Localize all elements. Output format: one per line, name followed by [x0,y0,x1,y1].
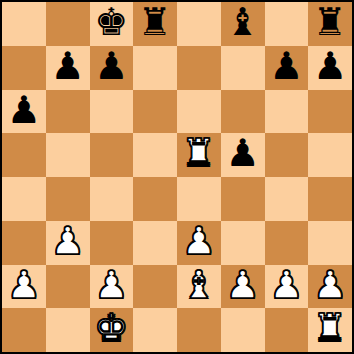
square-g1[interactable] [265,308,309,352]
square-b8[interactable] [46,2,90,46]
square-f1[interactable] [221,308,265,352]
square-c7[interactable]: ♟ [90,46,134,90]
square-h4[interactable] [308,177,352,221]
square-c5[interactable] [90,133,134,177]
piece-white-bishop[interactable]: ♝ [182,265,216,308]
square-c3[interactable] [90,221,134,265]
square-g4[interactable] [265,177,309,221]
board-frame: ♚♜♝♜♟♟♟♟♟♜♟♟♟♟♟♝♟♟♟♚♜ [0,0,354,354]
square-a8[interactable] [2,2,46,46]
square-b5[interactable] [46,133,90,177]
square-d5[interactable] [133,133,177,177]
square-a4[interactable] [2,177,46,221]
square-h8[interactable]: ♜ [308,2,352,46]
square-b4[interactable] [46,177,90,221]
square-g7[interactable]: ♟ [265,46,309,90]
square-e2[interactable]: ♝ [177,265,221,309]
square-h6[interactable] [308,90,352,134]
square-a7[interactable] [2,46,46,90]
square-h3[interactable] [308,221,352,265]
piece-white-rook[interactable]: ♜ [182,133,216,176]
square-g5[interactable] [265,133,309,177]
piece-black-pawn[interactable]: ♟ [313,46,347,89]
square-a5[interactable] [2,133,46,177]
piece-black-rook[interactable]: ♜ [138,2,172,45]
square-c6[interactable] [90,90,134,134]
square-e1[interactable] [177,308,221,352]
square-a1[interactable] [2,308,46,352]
piece-white-pawn[interactable]: ♟ [182,221,216,264]
piece-white-pawn[interactable]: ♟ [226,265,260,308]
piece-white-pawn[interactable]: ♟ [51,221,85,264]
square-b3[interactable]: ♟ [46,221,90,265]
square-d7[interactable] [133,46,177,90]
piece-white-pawn[interactable]: ♟ [7,265,41,308]
square-a6[interactable]: ♟ [2,90,46,134]
square-g3[interactable] [265,221,309,265]
square-c1[interactable]: ♚ [90,308,134,352]
square-h5[interactable] [308,133,352,177]
square-f8[interactable]: ♝ [221,2,265,46]
piece-black-pawn[interactable]: ♟ [94,46,128,89]
square-d1[interactable] [133,308,177,352]
square-h7[interactable]: ♟ [308,46,352,90]
square-e7[interactable] [177,46,221,90]
piece-black-pawn[interactable]: ♟ [269,46,303,89]
square-c8[interactable]: ♚ [90,2,134,46]
square-g6[interactable] [265,90,309,134]
square-d4[interactable] [133,177,177,221]
square-f7[interactable] [221,46,265,90]
square-d2[interactable] [133,265,177,309]
piece-black-pawn[interactable]: ♟ [7,90,41,133]
piece-white-rook[interactable]: ♜ [313,308,347,351]
square-g8[interactable] [265,2,309,46]
square-f3[interactable] [221,221,265,265]
square-g2[interactable]: ♟ [265,265,309,309]
piece-white-pawn[interactable]: ♟ [94,265,128,308]
square-f2[interactable]: ♟ [221,265,265,309]
piece-black-pawn[interactable]: ♟ [226,133,260,176]
square-c2[interactable]: ♟ [90,265,134,309]
square-h1[interactable]: ♜ [308,308,352,352]
square-b6[interactable] [46,90,90,134]
square-h2[interactable]: ♟ [308,265,352,309]
square-b1[interactable] [46,308,90,352]
piece-white-pawn[interactable]: ♟ [269,265,303,308]
square-a2[interactable]: ♟ [2,265,46,309]
chess-board: ♚♜♝♜♟♟♟♟♟♜♟♟♟♟♟♝♟♟♟♚♜ [2,2,352,352]
piece-black-pawn[interactable]: ♟ [51,46,85,89]
square-b2[interactable] [46,265,90,309]
square-f6[interactable] [221,90,265,134]
square-e3[interactable]: ♟ [177,221,221,265]
square-a3[interactable] [2,221,46,265]
piece-black-bishop[interactable]: ♝ [226,2,260,45]
piece-black-rook[interactable]: ♜ [313,2,347,45]
square-e8[interactable] [177,2,221,46]
square-c4[interactable] [90,177,134,221]
square-b7[interactable]: ♟ [46,46,90,90]
square-d8[interactable]: ♜ [133,2,177,46]
square-f5[interactable]: ♟ [221,133,265,177]
square-e5[interactable]: ♜ [177,133,221,177]
piece-black-king[interactable]: ♚ [94,2,128,45]
square-f4[interactable] [221,177,265,221]
square-d6[interactable] [133,90,177,134]
piece-white-king[interactable]: ♚ [94,308,128,351]
square-e4[interactable] [177,177,221,221]
piece-white-pawn[interactable]: ♟ [313,265,347,308]
square-d3[interactable] [133,221,177,265]
square-e6[interactable] [177,90,221,134]
